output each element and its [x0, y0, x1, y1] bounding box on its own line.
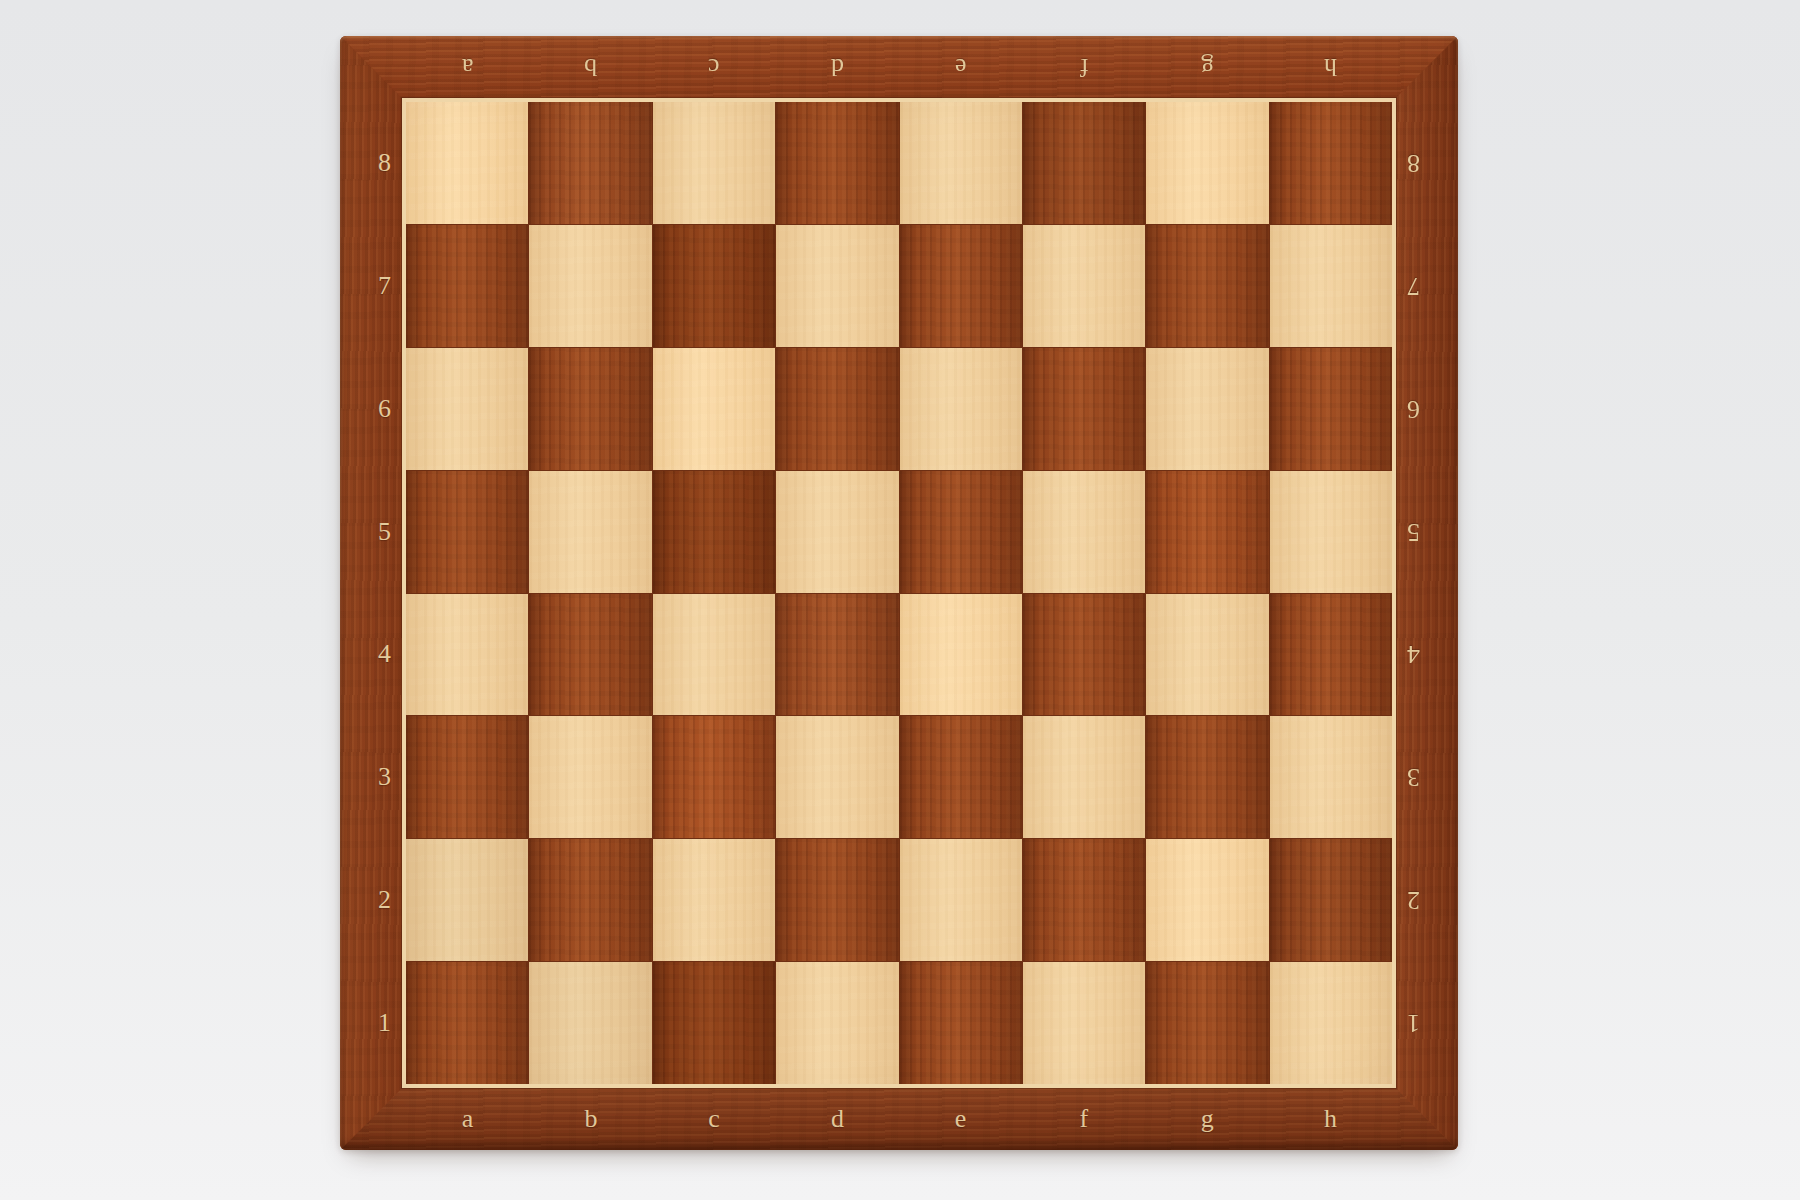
- square-d4[interactable]: [776, 594, 898, 716]
- coordinate-text: 6: [378, 394, 391, 424]
- rank-label-right-8-rotated: 8: [1396, 102, 1458, 225]
- rank-label-right-2-rotated: 2: [1396, 839, 1458, 962]
- coordinate-text: 1: [1407, 1008, 1420, 1038]
- square-f7[interactable]: [1023, 225, 1145, 347]
- rank-label-left-8: 8: [340, 102, 402, 225]
- square-c7[interactable]: [653, 225, 775, 347]
- coordinate-text: e: [955, 52, 967, 82]
- coordinate-text: 8: [378, 148, 391, 178]
- file-label-top-c-rotated: c: [653, 36, 776, 98]
- rank-label-left-2: 2: [340, 839, 402, 962]
- square-h2[interactable]: [1270, 839, 1392, 961]
- rank-label-right-6-rotated: 6: [1396, 348, 1458, 471]
- square-f4[interactable]: [1023, 594, 1145, 716]
- square-h7[interactable]: [1270, 225, 1392, 347]
- square-g3[interactable]: [1146, 716, 1268, 838]
- square-e1[interactable]: [900, 962, 1022, 1084]
- square-a2[interactable]: [406, 839, 528, 961]
- coordinate-text: d: [831, 52, 844, 82]
- coordinate-text: 2: [1407, 885, 1420, 915]
- square-d7[interactable]: [776, 225, 898, 347]
- file-label-bottom-g: g: [1146, 1088, 1269, 1150]
- square-e2[interactable]: [900, 839, 1022, 961]
- coordinate-text: f: [1080, 1104, 1089, 1134]
- coordinate-text: d: [831, 1104, 844, 1134]
- coordinate-text: b: [584, 52, 597, 82]
- rank-label-right-1-rotated: 1: [1396, 961, 1458, 1084]
- rank-label-left-5: 5: [340, 470, 402, 593]
- rank-labels-right: 87654321: [1396, 102, 1458, 1084]
- square-a4[interactable]: [406, 594, 528, 716]
- square-e3[interactable]: [900, 716, 1022, 838]
- square-c6[interactable]: [653, 348, 775, 470]
- coordinate-text: c: [708, 1104, 720, 1134]
- square-c8[interactable]: [653, 102, 775, 224]
- square-f1[interactable]: [1023, 962, 1145, 1084]
- square-e8[interactable]: [900, 102, 1022, 224]
- square-d5[interactable]: [776, 471, 898, 593]
- square-c4[interactable]: [653, 594, 775, 716]
- file-labels-top: abcdefgh: [406, 36, 1392, 98]
- square-e5[interactable]: [900, 471, 1022, 593]
- rank-label-left-3: 3: [340, 716, 402, 839]
- square-g2[interactable]: [1146, 839, 1268, 961]
- square-g1[interactable]: [1146, 962, 1268, 1084]
- coordinate-text: 4: [1407, 639, 1420, 669]
- rank-label-right-3-rotated: 3: [1396, 716, 1458, 839]
- square-d3[interactable]: [776, 716, 898, 838]
- coordinate-text: 7: [378, 271, 391, 301]
- rank-label-right-5-rotated: 5: [1396, 470, 1458, 593]
- rank-label-left-6: 6: [340, 348, 402, 471]
- square-f8[interactable]: [1023, 102, 1145, 224]
- file-label-bottom-a: a: [406, 1088, 529, 1150]
- file-label-top-e-rotated: e: [899, 36, 1022, 98]
- square-a1[interactable]: [406, 962, 528, 1084]
- square-h8[interactable]: [1270, 102, 1392, 224]
- file-label-bottom-d: d: [776, 1088, 899, 1150]
- square-b4[interactable]: [529, 594, 651, 716]
- coordinate-text: g: [1201, 52, 1214, 82]
- square-c1[interactable]: [653, 962, 775, 1084]
- square-b1[interactable]: [529, 962, 651, 1084]
- square-a8[interactable]: [406, 102, 528, 224]
- square-a3[interactable]: [406, 716, 528, 838]
- square-g7[interactable]: [1146, 225, 1268, 347]
- coordinate-text: 1: [378, 1008, 391, 1038]
- square-b8[interactable]: [529, 102, 651, 224]
- square-c3[interactable]: [653, 716, 775, 838]
- coordinate-text: h: [1324, 52, 1337, 82]
- square-d1[interactable]: [776, 962, 898, 1084]
- file-label-top-h-rotated: h: [1269, 36, 1392, 98]
- chess-board: abcdefgh abcdefgh 87654321 87654321: [340, 36, 1458, 1150]
- square-f5[interactable]: [1023, 471, 1145, 593]
- square-h5[interactable]: [1270, 471, 1392, 593]
- square-b7[interactable]: [529, 225, 651, 347]
- square-h3[interactable]: [1270, 716, 1392, 838]
- rank-label-left-1: 1: [340, 961, 402, 1084]
- coordinate-text: 7: [1407, 271, 1420, 301]
- square-d6[interactable]: [776, 348, 898, 470]
- square-f3[interactable]: [1023, 716, 1145, 838]
- square-c2[interactable]: [653, 839, 775, 961]
- square-f2[interactable]: [1023, 839, 1145, 961]
- square-a5[interactable]: [406, 471, 528, 593]
- board-grid: [406, 102, 1392, 1084]
- rank-labels-left: 87654321: [340, 102, 402, 1084]
- coordinate-text: c: [708, 52, 720, 82]
- square-e6[interactable]: [900, 348, 1022, 470]
- rank-label-right-4-rotated: 4: [1396, 593, 1458, 716]
- rank-label-left-4: 4: [340, 593, 402, 716]
- coordinate-text: b: [584, 1104, 597, 1134]
- square-b6[interactable]: [529, 348, 651, 470]
- coordinate-text: 3: [1407, 762, 1420, 792]
- file-label-bottom-b: b: [529, 1088, 652, 1150]
- square-h4[interactable]: [1270, 594, 1392, 716]
- coordinate-text: 6: [1407, 394, 1420, 424]
- square-b3[interactable]: [529, 716, 651, 838]
- square-d2[interactable]: [776, 839, 898, 961]
- file-label-bottom-c: c: [653, 1088, 776, 1150]
- square-b5[interactable]: [529, 471, 651, 593]
- file-labels-bottom: abcdefgh: [406, 1088, 1392, 1150]
- square-b2[interactable]: [529, 839, 651, 961]
- coordinate-text: a: [462, 1104, 474, 1134]
- square-c5[interactable]: [653, 471, 775, 593]
- coordinate-text: 4: [378, 639, 391, 669]
- coordinate-text: 5: [378, 517, 391, 547]
- playing-surface: [402, 98, 1396, 1088]
- coordinate-text: e: [955, 1104, 967, 1134]
- square-h1[interactable]: [1270, 962, 1392, 1084]
- file-label-bottom-f: f: [1022, 1088, 1145, 1150]
- file-label-top-a-rotated: a: [406, 36, 529, 98]
- file-label-bottom-e: e: [899, 1088, 1022, 1150]
- coordinate-text: 8: [1407, 148, 1420, 178]
- square-f6[interactable]: [1023, 348, 1145, 470]
- rank-label-left-7: 7: [340, 225, 402, 348]
- square-g8[interactable]: [1146, 102, 1268, 224]
- coordinate-text: f: [1080, 52, 1089, 82]
- square-e7[interactable]: [900, 225, 1022, 347]
- square-d8[interactable]: [776, 102, 898, 224]
- file-label-top-d-rotated: d: [776, 36, 899, 98]
- coordinate-text: h: [1324, 1104, 1337, 1134]
- coordinate-text: a: [462, 52, 474, 82]
- square-a6[interactable]: [406, 348, 528, 470]
- coordinate-text: g: [1201, 1104, 1214, 1134]
- square-h6[interactable]: [1270, 348, 1392, 470]
- coordinate-text: 3: [378, 762, 391, 792]
- square-g5[interactable]: [1146, 471, 1268, 593]
- coordinate-text: 5: [1407, 517, 1420, 547]
- file-label-top-b-rotated: b: [529, 36, 652, 98]
- file-label-bottom-h: h: [1269, 1088, 1392, 1150]
- square-g6[interactable]: [1146, 348, 1268, 470]
- square-g4[interactable]: [1146, 594, 1268, 716]
- coordinate-text: 2: [378, 885, 391, 915]
- square-a7[interactable]: [406, 225, 528, 347]
- square-e4[interactable]: [900, 594, 1022, 716]
- rank-label-right-7-rotated: 7: [1396, 225, 1458, 348]
- file-label-top-g-rotated: g: [1146, 36, 1269, 98]
- file-label-top-f-rotated: f: [1022, 36, 1145, 98]
